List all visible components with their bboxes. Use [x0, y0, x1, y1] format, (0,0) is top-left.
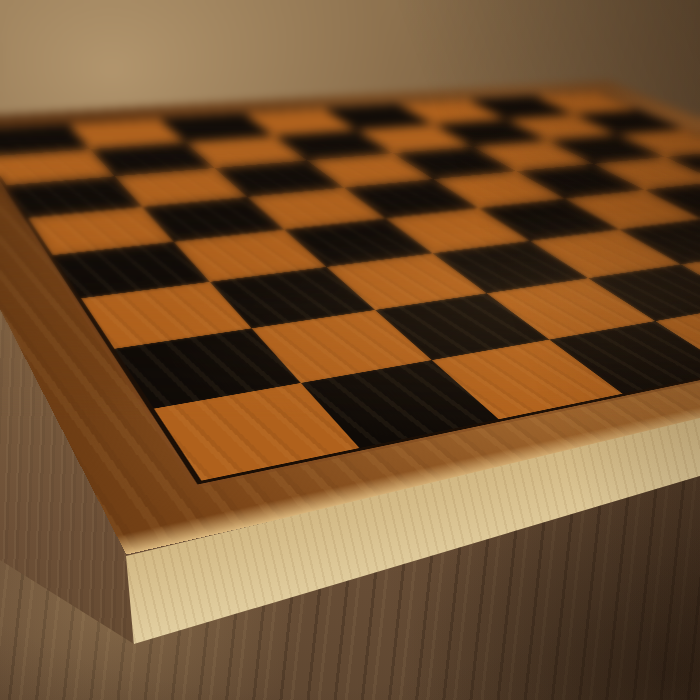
product-photo: [0, 0, 700, 700]
